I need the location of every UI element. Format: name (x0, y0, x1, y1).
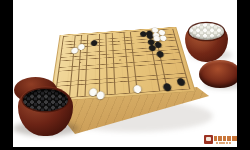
watermark-text-block (214, 135, 237, 144)
star-point (155, 38, 157, 39)
black-stones-heap (23, 89, 68, 111)
letterboxed-canvas: ●●●●●●●●●●●●●●●●●●●● (0, 0, 250, 150)
star-point (79, 62, 81, 63)
star-point (118, 41, 120, 42)
inverted-bowl-lid (199, 60, 237, 88)
grid-lines (55, 29, 191, 99)
watermark-logo-icon (204, 135, 213, 144)
goban-grid: ●●●●●●●●●●●●●●●●●●●● (51, 27, 195, 101)
white-stones-heap (189, 23, 224, 40)
watermark (204, 135, 237, 146)
watermark-text-row (214, 136, 237, 141)
watermark-subtext-row (216, 142, 232, 145)
photo-area: ●●●●●●●●●●●●●●●●●●●● (13, 0, 237, 147)
star-point (80, 43, 82, 44)
goban-3d: ●●●●●●●●●●●●●●●●●●●● (51, 27, 195, 101)
